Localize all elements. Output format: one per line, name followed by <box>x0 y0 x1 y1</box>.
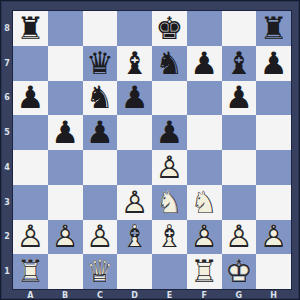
square-h8[interactable]: ♜ <box>256 11 291 46</box>
piece-glyph: ♝ <box>152 220 187 255</box>
piece-glyph: ♟ <box>152 115 187 150</box>
square-b4[interactable] <box>48 150 83 185</box>
square-b2[interactable]: ♟♙ <box>48 220 83 255</box>
white-bishop[interactable]: ♝♗ <box>117 220 152 255</box>
piece-glyph: ♕ <box>83 254 118 289</box>
rank-label-1: 1 <box>1 254 13 289</box>
file-label-a: A <box>13 289 48 300</box>
square-b3[interactable] <box>48 185 83 220</box>
white-pawn[interactable]: ♟♙ <box>48 220 83 255</box>
black-king[interactable]: ♚ <box>152 11 187 46</box>
white-rook[interactable]: ♜♖ <box>13 254 48 289</box>
piece-glyph: ♙ <box>256 220 291 255</box>
white-pawn[interactable]: ♟♙ <box>13 220 48 255</box>
square-f4[interactable] <box>187 150 222 185</box>
piece-glyph: ♘ <box>187 185 222 220</box>
file-label-f: F <box>187 289 222 300</box>
piece-glyph: ♙ <box>13 220 48 255</box>
piece-glyph: ♟ <box>117 81 152 116</box>
black-pawn[interactable]: ♟ <box>48 115 83 150</box>
square-a5[interactable] <box>13 115 48 150</box>
piece-glyph: ♙ <box>222 220 257 255</box>
square-d6[interactable]: ♟ <box>117 81 152 116</box>
square-d1[interactable] <box>117 254 152 289</box>
square-e3[interactable]: ♞♘ <box>152 185 187 220</box>
square-e1[interactable] <box>152 254 187 289</box>
black-pawn[interactable]: ♟ <box>13 81 48 116</box>
black-pawn[interactable]: ♟ <box>152 115 187 150</box>
piece-glyph: ♙ <box>83 220 118 255</box>
square-h7[interactable]: ♟ <box>256 46 291 81</box>
rank-label-5: 5 <box>1 115 13 150</box>
square-e2[interactable]: ♝♗ <box>152 220 187 255</box>
piece-glyph: ♞ <box>83 81 118 116</box>
rank-label-7: 7 <box>1 46 13 81</box>
piece-glyph: ♔ <box>222 254 257 289</box>
piece-glyph: ♟ <box>256 46 291 81</box>
white-pawn[interactable]: ♟♙ <box>83 220 118 255</box>
piece-glyph: ♛ <box>83 46 118 81</box>
square-g4[interactable] <box>222 150 257 185</box>
black-knight[interactable]: ♞ <box>83 81 118 116</box>
square-b6[interactable] <box>48 81 83 116</box>
black-pawn[interactable]: ♟ <box>222 81 257 116</box>
piece-glyph: ♟ <box>83 220 118 255</box>
piece-glyph: ♟ <box>48 115 83 150</box>
black-pawn[interactable]: ♟ <box>256 46 291 81</box>
piece-glyph: ♜ <box>13 11 48 46</box>
file-labels: ABCDEFGH <box>13 289 291 300</box>
piece-glyph: ♜ <box>13 254 48 289</box>
square-g8[interactable] <box>222 11 257 46</box>
square-f8[interactable] <box>187 11 222 46</box>
square-b1[interactable] <box>48 254 83 289</box>
piece-glyph: ♟ <box>222 220 257 255</box>
square-a3[interactable] <box>13 185 48 220</box>
white-knight[interactable]: ♞♘ <box>152 185 187 220</box>
square-c7[interactable]: ♛ <box>83 46 118 81</box>
file-label-d: D <box>117 289 152 300</box>
piece-glyph: ♙ <box>48 220 83 255</box>
rank-label-6: 6 <box>1 81 13 116</box>
piece-glyph: ♞ <box>152 185 187 220</box>
square-a2[interactable]: ♟♙ <box>13 220 48 255</box>
file-label-e: E <box>152 289 187 300</box>
piece-glyph: ♟ <box>117 185 152 220</box>
square-a7[interactable] <box>13 46 48 81</box>
square-b5[interactable]: ♟ <box>48 115 83 150</box>
square-b7[interactable] <box>48 46 83 81</box>
white-pawn[interactable]: ♟♙ <box>187 220 222 255</box>
piece-glyph: ♗ <box>152 220 187 255</box>
square-d8[interactable] <box>117 11 152 46</box>
board: ♜♚♜♛♝♞♟♝♟♟♞♟♟♟♟♟♟♙♟♙♞♘♞♘♟♙♟♙♟♙♝♗♝♗♟♙♟♙♟♙… <box>13 11 291 289</box>
piece-glyph: ♚ <box>152 11 187 46</box>
square-h6[interactable] <box>256 81 291 116</box>
square-a4[interactable] <box>13 150 48 185</box>
rank-labels: 87654321 <box>1 11 13 289</box>
piece-glyph: ♟ <box>187 46 222 81</box>
piece-glyph: ♟ <box>13 220 48 255</box>
piece-glyph: ♟ <box>83 115 118 150</box>
piece-glyph: ♟ <box>187 220 222 255</box>
square-c5[interactable]: ♟ <box>83 115 118 150</box>
square-d7[interactable]: ♝ <box>117 46 152 81</box>
square-f1[interactable]: ♜♖ <box>187 254 222 289</box>
piece-glyph: ♙ <box>152 150 187 185</box>
square-a8[interactable]: ♜ <box>13 11 48 46</box>
square-f3[interactable]: ♞♘ <box>187 185 222 220</box>
black-rook[interactable]: ♜ <box>13 11 48 46</box>
rank-label-2: 2 <box>1 220 13 255</box>
white-pawn[interactable]: ♟♙ <box>117 185 152 220</box>
piece-glyph: ♟ <box>48 220 83 255</box>
square-d3[interactable]: ♟♙ <box>117 185 152 220</box>
piece-glyph: ♙ <box>117 185 152 220</box>
square-e4[interactable]: ♟♙ <box>152 150 187 185</box>
square-g3[interactable] <box>222 185 257 220</box>
white-bishop[interactable]: ♝♗ <box>152 220 187 255</box>
square-g7[interactable]: ♝ <box>222 46 257 81</box>
white-pawn[interactable]: ♟♙ <box>256 220 291 255</box>
square-c8[interactable] <box>83 11 118 46</box>
file-label-b: B <box>48 289 83 300</box>
black-pawn[interactable]: ♟ <box>83 115 118 150</box>
piece-glyph: ♝ <box>222 46 257 81</box>
square-h2[interactable]: ♟♙ <box>256 220 291 255</box>
square-h1[interactable] <box>256 254 291 289</box>
piece-glyph: ♞ <box>152 46 187 81</box>
piece-glyph: ♘ <box>152 185 187 220</box>
piece-glyph: ♟ <box>222 81 257 116</box>
piece-glyph: ♖ <box>13 254 48 289</box>
square-e6[interactable] <box>152 81 187 116</box>
square-f6[interactable] <box>187 81 222 116</box>
black-rook[interactable]: ♜ <box>256 11 291 46</box>
square-a6[interactable]: ♟ <box>13 81 48 116</box>
black-pawn[interactable]: ♟ <box>187 46 222 81</box>
white-pawn[interactable]: ♟♙ <box>222 220 257 255</box>
black-knight[interactable]: ♞ <box>152 46 187 81</box>
piece-glyph: ♖ <box>187 254 222 289</box>
square-g6[interactable]: ♟ <box>222 81 257 116</box>
chess-board-frame: 87654321 ABCDEFGH ♜♚♜♛♝♞♟♝♟♟♞♟♟♟♟♟♟♙♟♙♞♘… <box>0 0 300 300</box>
file-label-g: G <box>222 289 257 300</box>
white-king[interactable]: ♚♔ <box>222 254 257 289</box>
piece-glyph: ♝ <box>117 220 152 255</box>
square-d4[interactable] <box>117 150 152 185</box>
square-d5[interactable] <box>117 115 152 150</box>
black-pawn[interactable]: ♟ <box>117 81 152 116</box>
piece-glyph: ♗ <box>117 220 152 255</box>
file-label-h: H <box>256 289 291 300</box>
square-d2[interactable]: ♝♗ <box>117 220 152 255</box>
rank-label-3: 3 <box>1 185 13 220</box>
square-g5[interactable] <box>222 115 257 150</box>
piece-glyph: ♞ <box>187 185 222 220</box>
piece-glyph: ♜ <box>187 254 222 289</box>
file-label-c: C <box>83 289 118 300</box>
black-bishop[interactable]: ♝ <box>222 46 257 81</box>
piece-glyph: ♟ <box>256 220 291 255</box>
piece-glyph: ♛ <box>83 254 118 289</box>
white-rook[interactable]: ♜♖ <box>187 254 222 289</box>
piece-glyph: ♙ <box>187 220 222 255</box>
square-f5[interactable] <box>187 115 222 150</box>
piece-glyph: ♝ <box>117 46 152 81</box>
square-a1[interactable]: ♜♖ <box>13 254 48 289</box>
square-h4[interactable] <box>256 150 291 185</box>
rank-label-4: 4 <box>1 150 13 185</box>
white-pawn[interactable]: ♟♙ <box>152 150 187 185</box>
square-e8[interactable]: ♚ <box>152 11 187 46</box>
square-h3[interactable] <box>256 185 291 220</box>
white-knight[interactable]: ♞♘ <box>187 185 222 220</box>
piece-glyph: ♟ <box>152 150 187 185</box>
square-c3[interactable] <box>83 185 118 220</box>
piece-glyph: ♟ <box>13 81 48 116</box>
piece-glyph: ♚ <box>222 254 257 289</box>
square-h5[interactable] <box>256 115 291 150</box>
square-g2[interactable]: ♟♙ <box>222 220 257 255</box>
square-c4[interactable] <box>83 150 118 185</box>
square-f7[interactable]: ♟ <box>187 46 222 81</box>
square-e5[interactable]: ♟ <box>152 115 187 150</box>
square-c2[interactable]: ♟♙ <box>83 220 118 255</box>
square-b8[interactable] <box>48 11 83 46</box>
piece-glyph: ♜ <box>256 11 291 46</box>
black-queen[interactable]: ♛ <box>83 46 118 81</box>
square-g1[interactable]: ♚♔ <box>222 254 257 289</box>
square-e7[interactable]: ♞ <box>152 46 187 81</box>
black-bishop[interactable]: ♝ <box>117 46 152 81</box>
square-c6[interactable]: ♞ <box>83 81 118 116</box>
square-f2[interactable]: ♟♙ <box>187 220 222 255</box>
square-c1[interactable]: ♛♕ <box>83 254 118 289</box>
white-queen[interactable]: ♛♕ <box>83 254 118 289</box>
rank-label-8: 8 <box>1 11 13 46</box>
